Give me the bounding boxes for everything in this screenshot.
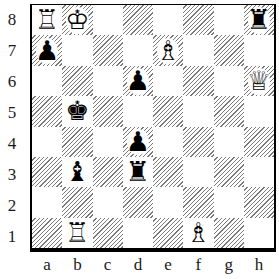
file-label-f: f — [183, 253, 213, 277]
rank-label-1: 1 — [0, 221, 24, 252]
square-h7[interactable] — [244, 35, 274, 65]
piece-black-rook[interactable]: ♜ — [126, 157, 150, 187]
square-f8[interactable] — [183, 5, 213, 35]
square-d8[interactable] — [123, 5, 153, 35]
square-e2[interactable] — [153, 187, 183, 217]
square-f1[interactable]: ♗ — [183, 218, 213, 248]
square-h4[interactable] — [244, 127, 274, 157]
file-label-b: b — [62, 253, 92, 277]
square-f7[interactable] — [183, 35, 213, 65]
file-label-d: d — [123, 253, 153, 277]
piece-black-pawn[interactable]: ♟ — [126, 127, 150, 157]
square-h8[interactable]: ♜ — [244, 5, 274, 35]
square-h3[interactable] — [244, 157, 274, 187]
square-h5[interactable] — [244, 96, 274, 126]
piece-white-rook[interactable]: ♖ — [35, 5, 59, 35]
square-d1[interactable] — [123, 218, 153, 248]
piece-black-bishop[interactable]: ♝ — [65, 157, 89, 187]
piece-black-pawn[interactable]: ♟ — [126, 66, 150, 96]
square-c1[interactable] — [93, 218, 123, 248]
square-d4[interactable]: ♟ — [123, 127, 153, 157]
rank-labels: 87654321 — [0, 4, 24, 252]
square-b4[interactable] — [62, 127, 92, 157]
square-e6[interactable] — [153, 66, 183, 96]
piece-white-bishop[interactable]: ♗ — [156, 36, 180, 66]
square-c8[interactable] — [93, 5, 123, 35]
piece-white-rook[interactable]: ♖ — [65, 218, 89, 248]
square-e7[interactable]: ♗ — [153, 35, 183, 65]
square-b5[interactable]: ♚ — [62, 96, 92, 126]
square-a7[interactable]: ♟ — [32, 35, 62, 65]
square-g4[interactable] — [214, 127, 244, 157]
square-b8[interactable]: ♔ — [62, 5, 92, 35]
square-e5[interactable] — [153, 96, 183, 126]
square-c7[interactable] — [93, 35, 123, 65]
square-a6[interactable] — [32, 66, 62, 96]
square-a3[interactable] — [32, 157, 62, 187]
square-g3[interactable] — [214, 157, 244, 187]
square-g7[interactable] — [214, 35, 244, 65]
square-b2[interactable] — [62, 187, 92, 217]
square-a5[interactable] — [32, 96, 62, 126]
file-label-a: a — [32, 253, 62, 277]
square-f4[interactable] — [183, 127, 213, 157]
chess-board: ♖♔♜♟♗♟♕♚♟♝♜♖♗ — [30, 4, 276, 252]
file-label-c: c — [93, 253, 123, 277]
file-labels: abcdefgh — [32, 253, 274, 277]
square-g6[interactable] — [214, 66, 244, 96]
square-e4[interactable] — [153, 127, 183, 157]
piece-white-king[interactable]: ♔ — [65, 5, 89, 35]
square-h1[interactable] — [244, 218, 274, 248]
square-f2[interactable] — [183, 187, 213, 217]
piece-black-pawn[interactable]: ♟ — [35, 36, 59, 66]
rank-label-2: 2 — [0, 190, 24, 221]
square-f3[interactable] — [183, 157, 213, 187]
square-a4[interactable] — [32, 127, 62, 157]
square-c2[interactable] — [93, 187, 123, 217]
square-f5[interactable] — [183, 96, 213, 126]
rank-label-5: 5 — [0, 97, 24, 128]
square-e3[interactable] — [153, 157, 183, 187]
square-c3[interactable] — [93, 157, 123, 187]
square-d6[interactable]: ♟ — [123, 66, 153, 96]
square-c5[interactable] — [93, 96, 123, 126]
square-h2[interactable] — [244, 187, 274, 217]
square-b6[interactable] — [62, 66, 92, 96]
square-b3[interactable]: ♝ — [62, 157, 92, 187]
square-g8[interactable] — [214, 5, 244, 35]
square-a1[interactable] — [32, 218, 62, 248]
chess-diagram: 87654321 ♖♔♜♟♗♟♕♚♟♝♜♖♗ abcdefgh — [0, 0, 279, 279]
square-h6[interactable]: ♕ — [244, 66, 274, 96]
rank-label-4: 4 — [0, 128, 24, 159]
piece-black-king[interactable]: ♚ — [65, 96, 89, 126]
square-b1[interactable]: ♖ — [62, 218, 92, 248]
square-c6[interactable] — [93, 66, 123, 96]
square-e8[interactable] — [153, 5, 183, 35]
square-a8[interactable]: ♖ — [32, 5, 62, 35]
square-g1[interactable] — [214, 218, 244, 248]
square-g5[interactable] — [214, 96, 244, 126]
square-d7[interactable] — [123, 35, 153, 65]
square-g2[interactable] — [214, 187, 244, 217]
rank-label-3: 3 — [0, 159, 24, 190]
piece-white-bishop[interactable]: ♗ — [186, 218, 210, 248]
square-d2[interactable] — [123, 187, 153, 217]
piece-black-rook[interactable]: ♜ — [247, 5, 271, 35]
square-d5[interactable] — [123, 96, 153, 126]
file-label-e: e — [153, 253, 183, 277]
square-d3[interactable]: ♜ — [123, 157, 153, 187]
rank-label-8: 8 — [0, 4, 24, 35]
square-f6[interactable] — [183, 66, 213, 96]
piece-white-queen[interactable]: ♕ — [247, 66, 271, 96]
square-c4[interactable] — [93, 127, 123, 157]
rank-label-7: 7 — [0, 35, 24, 66]
square-a2[interactable] — [32, 187, 62, 217]
file-label-g: g — [214, 253, 244, 277]
square-e1[interactable] — [153, 218, 183, 248]
file-label-h: h — [244, 253, 274, 277]
square-b7[interactable] — [62, 35, 92, 65]
rank-label-6: 6 — [0, 66, 24, 97]
